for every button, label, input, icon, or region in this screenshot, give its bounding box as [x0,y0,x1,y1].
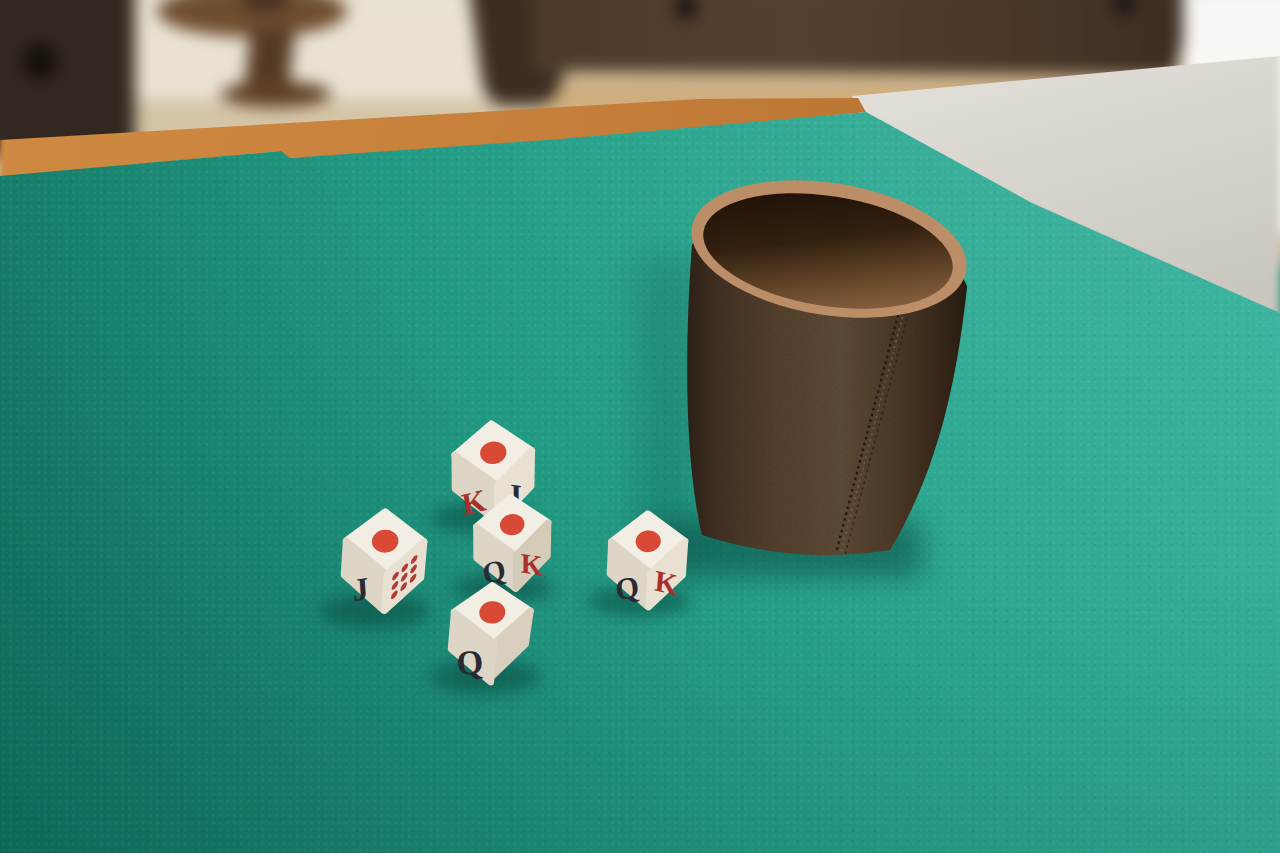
die-letter: K [654,563,679,601]
die-letter: Q [455,642,484,682]
die-4: Q K [601,507,693,612]
poker-dice-photo: K J J Q K Q K [0,0,1280,853]
drawer-knob [23,43,57,79]
die-2: J [334,504,433,616]
turned-wood-stand-neck [243,0,287,11]
furniture-right [533,0,1201,75]
dice-cup [655,165,985,577]
die-letter: J [351,570,370,608]
die-5: Q [444,576,541,689]
furniture-left [0,0,135,155]
turned-wood-stand-base [221,81,331,107]
die-letter: Q [613,569,641,607]
die-letter: K [521,547,543,581]
